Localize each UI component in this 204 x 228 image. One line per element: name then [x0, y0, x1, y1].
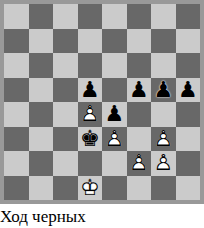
square-e5: [102, 78, 127, 103]
chess-board: ♟♟♟♟♟♙♟♚♟♙♟♙♟♙♟♙♚♔: [0, 0, 204, 204]
square-e8: [102, 4, 127, 29]
square-a3: [4, 127, 29, 152]
white-king: ♚♔: [78, 176, 103, 201]
square-a7: [4, 29, 29, 54]
square-a5: [4, 78, 29, 103]
square-c2: [53, 151, 78, 176]
side-to-move-caption: Ход черных: [0, 206, 204, 228]
square-h3: [176, 127, 201, 152]
square-b5: [29, 78, 54, 103]
square-f6: [127, 53, 152, 78]
black-pawn: ♟: [78, 78, 103, 103]
square-e3: ♟♙: [102, 127, 127, 152]
square-c6: [53, 53, 78, 78]
square-b7: [29, 29, 54, 54]
square-d3: ♚: [78, 127, 103, 152]
square-f8: [127, 4, 152, 29]
white-pawn: ♟♙: [151, 151, 176, 176]
square-c7: [53, 29, 78, 54]
square-c4: [53, 102, 78, 127]
square-h6: [176, 53, 201, 78]
square-c3: [53, 127, 78, 152]
square-e1: [102, 176, 127, 201]
square-d4: ♟♙: [78, 102, 103, 127]
white-pawn: ♟♙: [151, 127, 176, 152]
square-h8: [176, 4, 201, 29]
square-b4: [29, 102, 54, 127]
square-f4: [127, 102, 152, 127]
square-d1: ♚♔: [78, 176, 103, 201]
square-g4: [151, 102, 176, 127]
square-h2: [176, 151, 201, 176]
square-f2: ♟♙: [127, 151, 152, 176]
square-a4: [4, 102, 29, 127]
square-c8: [53, 4, 78, 29]
square-e4: ♟: [102, 102, 127, 127]
square-b3: [29, 127, 54, 152]
square-h5: ♟: [176, 78, 201, 103]
square-f1: [127, 176, 152, 201]
square-a8: [4, 4, 29, 29]
square-c1: [53, 176, 78, 201]
white-pawn: ♟♙: [102, 127, 127, 152]
square-g8: [151, 4, 176, 29]
square-h7: [176, 29, 201, 54]
square-d6: [78, 53, 103, 78]
black-pawn: ♟: [102, 102, 127, 127]
square-e2: [102, 151, 127, 176]
square-a1: [4, 176, 29, 201]
square-a2: [4, 151, 29, 176]
black-pawn: ♟: [176, 78, 201, 103]
square-g1: [151, 176, 176, 201]
square-b6: [29, 53, 54, 78]
square-e6: [102, 53, 127, 78]
black-king: ♚: [78, 127, 103, 152]
square-d2: [78, 151, 103, 176]
square-g7: [151, 29, 176, 54]
white-pawn: ♟♙: [78, 102, 103, 127]
square-d8: [78, 4, 103, 29]
square-a6: [4, 53, 29, 78]
square-g2: ♟♙: [151, 151, 176, 176]
square-b2: [29, 151, 54, 176]
square-f3: [127, 127, 152, 152]
square-c5: [53, 78, 78, 103]
square-f7: [127, 29, 152, 54]
square-g6: [151, 53, 176, 78]
black-pawn: ♟: [151, 78, 176, 103]
square-d5: ♟: [78, 78, 103, 103]
square-g5: ♟: [151, 78, 176, 103]
square-d7: [78, 29, 103, 54]
square-e7: [102, 29, 127, 54]
white-pawn: ♟♙: [127, 151, 152, 176]
black-pawn: ♟: [127, 78, 152, 103]
square-f5: ♟: [127, 78, 152, 103]
square-h1: [176, 176, 201, 201]
square-b8: [29, 4, 54, 29]
square-h4: [176, 102, 201, 127]
square-b1: [29, 176, 54, 201]
chess-diagram: ♟♟♟♟♟♙♟♚♟♙♟♙♟♙♟♙♚♔ Ход черных: [0, 0, 204, 228]
square-g3: ♟♙: [151, 127, 176, 152]
